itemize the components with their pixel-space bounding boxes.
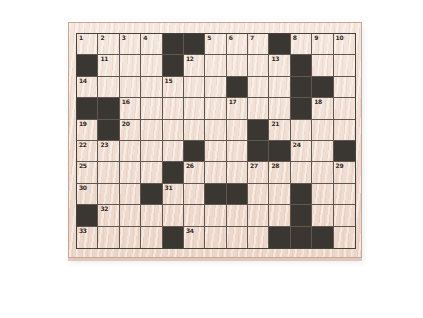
grid-cell[interactable]	[120, 184, 141, 205]
grid-cell[interactable]: 21	[269, 120, 290, 141]
grid-cell[interactable]	[248, 77, 269, 98]
grid-cell[interactable]	[269, 184, 290, 205]
clue-number: 33	[79, 228, 87, 234]
blocked-cell	[269, 141, 290, 162]
clue-number: 21	[271, 121, 279, 127]
grid-cell[interactable]	[334, 184, 355, 205]
grid-cell[interactable]: 30	[77, 184, 98, 205]
grid-cell[interactable]	[163, 120, 184, 141]
clue-number: 34	[186, 228, 194, 234]
grid-cell[interactable]	[184, 120, 205, 141]
grid-cell[interactable]	[205, 162, 226, 183]
blocked-cell	[227, 77, 248, 98]
crossword-board: 1234567891011121314151617181920212223242…	[68, 22, 362, 258]
clue-number: 16	[122, 99, 130, 105]
clue-number: 3	[122, 35, 126, 41]
grid-cell[interactable]	[248, 184, 269, 205]
grid-cell[interactable]: 24	[291, 141, 312, 162]
grid-cell[interactable]	[312, 55, 333, 76]
blocked-cell	[291, 227, 312, 248]
grid-cell[interactable]	[141, 77, 162, 98]
blocked-cell	[163, 55, 184, 76]
grid-cell[interactable]	[205, 98, 226, 119]
blocked-cell	[163, 162, 184, 183]
clue-number: 25	[79, 163, 87, 169]
grid-cell[interactable]	[205, 77, 226, 98]
clue-number: 8	[293, 35, 297, 41]
grid-cell[interactable]	[184, 184, 205, 205]
grid-cell[interactable]	[141, 98, 162, 119]
grid-cell[interactable]	[227, 205, 248, 226]
clue-number: 23	[100, 142, 108, 148]
grid-cell[interactable]: 13	[269, 55, 290, 76]
grid-cell[interactable]	[141, 162, 162, 183]
grid-cell[interactable]: 31	[163, 184, 184, 205]
blocked-cell	[312, 227, 333, 248]
clue-number: 26	[186, 163, 194, 169]
clue-number: 4	[143, 35, 147, 41]
grid-cell[interactable]	[312, 184, 333, 205]
grid-cell[interactable]	[205, 120, 226, 141]
blocked-cell	[184, 34, 205, 55]
blocked-cell	[98, 98, 119, 119]
grid-cell[interactable]: 18	[312, 98, 333, 119]
grid-cell[interactable]	[334, 98, 355, 119]
clue-number: 17	[229, 99, 237, 105]
grid-cell[interactable]: 17	[227, 98, 248, 119]
grid-cell[interactable]: 7	[248, 34, 269, 55]
blocked-cell	[77, 55, 98, 76]
clue-number: 10	[336, 35, 344, 41]
grid-cell[interactable]: 4	[141, 34, 162, 55]
grid-cell[interactable]	[334, 227, 355, 248]
grid-cell[interactable]	[334, 55, 355, 76]
grid-cell[interactable]: 9	[312, 34, 333, 55]
blocked-cell	[291, 205, 312, 226]
clue-number: 24	[293, 142, 301, 148]
clue-number: 6	[229, 35, 233, 41]
blocked-cell	[291, 55, 312, 76]
grid-cell[interactable]	[163, 205, 184, 226]
grid-cell[interactable]	[205, 141, 226, 162]
grid-cell[interactable]	[163, 141, 184, 162]
grid-cell[interactable]	[205, 227, 226, 248]
crossword-grid: 1234567891011121314151617181920212223242…	[76, 33, 356, 249]
clue-number: 14	[79, 78, 87, 84]
grid-cell[interactable]	[184, 98, 205, 119]
grid-cell[interactable]: 32	[98, 205, 119, 226]
grid-cell[interactable]	[98, 184, 119, 205]
grid-cell[interactable]	[248, 227, 269, 248]
blocked-cell	[312, 77, 333, 98]
grid-cell[interactable]	[141, 141, 162, 162]
grid-cell[interactable]	[227, 162, 248, 183]
clue-number: 15	[165, 78, 173, 84]
blocked-cell	[98, 120, 119, 141]
blocked-cell	[141, 184, 162, 205]
blocked-cell	[291, 98, 312, 119]
grid-cell[interactable]: 20	[120, 120, 141, 141]
grid-cell[interactable]	[98, 77, 119, 98]
blocked-cell	[77, 205, 98, 226]
clue-number: 32	[100, 206, 108, 212]
blocked-cell	[184, 141, 205, 162]
clue-number: 7	[250, 35, 254, 41]
blocked-cell	[248, 141, 269, 162]
grid-cell[interactable]: 29	[334, 162, 355, 183]
grid-cell[interactable]	[312, 162, 333, 183]
grid-cell[interactable]: 5	[205, 34, 226, 55]
clue-number: 13	[271, 56, 279, 62]
grid-cell[interactable]: 28	[269, 162, 290, 183]
grid-cell[interactable]	[120, 77, 141, 98]
grid-cell[interactable]	[269, 98, 290, 119]
grid-cell[interactable]	[269, 205, 290, 226]
blocked-cell	[291, 184, 312, 205]
grid-cell[interactable]	[98, 227, 119, 248]
grid-cell[interactable]	[312, 141, 333, 162]
grid-cell[interactable]	[248, 205, 269, 226]
clue-number: 30	[79, 185, 87, 191]
blocked-cell	[269, 227, 290, 248]
grid-cell[interactable]: 6	[227, 34, 248, 55]
grid-cell[interactable]	[227, 227, 248, 248]
grid-cell[interactable]	[163, 98, 184, 119]
grid-cell[interactable]: 3	[120, 34, 141, 55]
blocked-cell	[269, 34, 290, 55]
grid-cell[interactable]	[120, 141, 141, 162]
grid-cell[interactable]	[120, 227, 141, 248]
grid-cell[interactable]	[141, 227, 162, 248]
blocked-cell	[334, 141, 355, 162]
blocked-cell	[248, 120, 269, 141]
grid-cell[interactable]	[291, 120, 312, 141]
grid-cell[interactable]	[291, 162, 312, 183]
grid-cell[interactable]	[120, 162, 141, 183]
clue-number: 20	[122, 121, 130, 127]
grid-cell[interactable]	[141, 205, 162, 226]
clue-number: 2	[100, 35, 104, 41]
blocked-cell	[205, 184, 226, 205]
grid-cell[interactable]	[205, 205, 226, 226]
grid-cell[interactable]	[98, 162, 119, 183]
grid-cell[interactable]	[334, 77, 355, 98]
clue-number: 1	[79, 35, 83, 41]
grid-cell[interactable]	[248, 55, 269, 76]
grid-cell[interactable]	[184, 205, 205, 226]
grid-cell[interactable]: 19	[77, 120, 98, 141]
clue-number: 11	[100, 56, 108, 62]
grid-cell[interactable]	[120, 205, 141, 226]
grid-cell[interactable]	[312, 120, 333, 141]
grid-cell[interactable]: 27	[248, 162, 269, 183]
grid-cell[interactable]: 1	[77, 34, 98, 55]
grid-cell[interactable]	[120, 55, 141, 76]
grid-cell[interactable]	[141, 55, 162, 76]
grid-cell[interactable]	[334, 120, 355, 141]
grid-cell[interactable]	[227, 55, 248, 76]
grid-cell[interactable]: 34	[184, 227, 205, 248]
grid-cell[interactable]	[184, 77, 205, 98]
grid-cell[interactable]: 11	[98, 55, 119, 76]
blocked-cell	[163, 227, 184, 248]
grid-cell[interactable]: 14	[77, 77, 98, 98]
clue-number: 31	[165, 185, 173, 191]
clue-number: 29	[336, 163, 344, 169]
grid-cell[interactable]: 16	[120, 98, 141, 119]
grid-cell[interactable]	[227, 141, 248, 162]
grid-cell[interactable]: 22	[77, 141, 98, 162]
clue-number: 12	[186, 56, 194, 62]
clue-number: 27	[250, 163, 258, 169]
grid-cell[interactable]: 15	[163, 77, 184, 98]
grid-cell[interactable]: 10	[334, 34, 355, 55]
grid-cell[interactable]: 2	[98, 34, 119, 55]
blocked-cell	[291, 77, 312, 98]
grid-cell[interactable]	[248, 98, 269, 119]
grid-cell[interactable]: 12	[184, 55, 205, 76]
clue-number: 19	[79, 121, 87, 127]
grid-cell[interactable]: 25	[77, 162, 98, 183]
grid-cell[interactable]	[141, 120, 162, 141]
blocked-cell	[227, 184, 248, 205]
clue-number: 22	[79, 142, 87, 148]
grid-cell[interactable]	[312, 205, 333, 226]
grid-cell[interactable]	[334, 205, 355, 226]
grid-cell[interactable]: 26	[184, 162, 205, 183]
clue-number: 9	[314, 35, 318, 41]
grid-cell[interactable]: 23	[98, 141, 119, 162]
clue-number: 5	[207, 35, 211, 41]
grid-cell[interactable]: 33	[77, 227, 98, 248]
clue-number: 18	[314, 99, 322, 105]
blocked-cell	[77, 98, 98, 119]
grid-cell[interactable]	[205, 55, 226, 76]
clue-number: 28	[271, 163, 279, 169]
blocked-cell	[163, 34, 184, 55]
grid-cell[interactable]: 8	[291, 34, 312, 55]
grid-cell[interactable]	[227, 120, 248, 141]
grid-cell[interactable]	[269, 77, 290, 98]
